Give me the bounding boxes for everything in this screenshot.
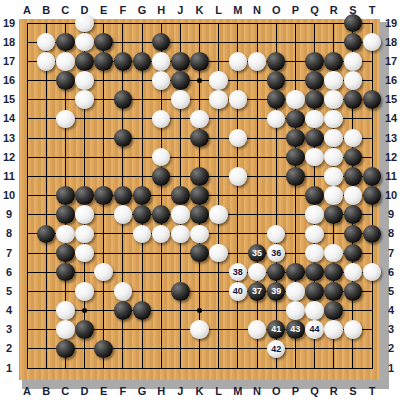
coord-label-right-1: 1 [383,362,399,374]
go-board[interactable]: AABBCCDDEEFFGGHHJJKKLLMMNNOOPPQQRRSSTT19… [0,0,400,400]
stone-white-R7[interactable] [324,244,343,263]
coord-label-bottom-H: H [153,385,169,397]
stone-white-H16[interactable] [152,71,171,90]
coord-label-bottom-S: S [345,385,361,397]
star-point-D4 [82,308,87,313]
stone-white-C14[interactable] [56,110,75,129]
stone-black-F15[interactable] [114,90,133,109]
stone-black-Q13[interactable] [305,129,324,148]
stone-black-S5[interactable] [344,282,363,301]
stone-black-K17[interactable] [190,52,209,71]
coord-label-left-12: 12 [1,151,17,163]
coord-label-top-B: B [38,4,54,16]
coord-label-left-10: 10 [1,189,17,201]
stone-black-E17[interactable] [94,52,113,71]
coord-label-bottom-G: G [134,385,150,397]
stone-white-S16[interactable] [344,71,363,90]
stone-black-J10[interactable] [171,186,190,205]
coord-label-right-4: 4 [383,304,399,316]
move-number: 44 [309,324,319,334]
coord-label-bottom-N: N [249,385,265,397]
stone-white-R3[interactable] [324,320,343,339]
coord-label-bottom-O: O [268,385,284,397]
coord-label-top-O: O [268,4,284,16]
stone-black-T15[interactable] [363,90,382,109]
stone-black-F17[interactable] [114,52,133,71]
stone-black-E2[interactable] [94,340,113,359]
coord-label-bottom-B: B [38,385,54,397]
stone-white-P4[interactable] [286,301,305,320]
coord-label-right-3: 3 [383,323,399,335]
coord-label-left-16: 16 [1,74,17,86]
stone-black-C18[interactable] [56,33,75,52]
coord-label-right-8: 8 [383,227,399,239]
coord-label-right-5: 5 [383,285,399,297]
stone-white-H17[interactable] [152,52,171,71]
stone-white-S3[interactable] [344,320,363,339]
coord-label-right-18: 18 [383,36,399,48]
stone-black-T11[interactable] [363,167,382,186]
stone-white-R10[interactable] [324,186,343,205]
stone-white-D16[interactable] [75,71,94,90]
coord-label-left-17: 17 [1,55,17,67]
stone-white-R13[interactable] [324,129,343,148]
coord-label-bottom-M: M [230,385,246,397]
coord-label-left-5: 5 [1,285,17,297]
stone-black-N5[interactable]: 37 [248,282,267,301]
coord-label-right-12: 12 [383,151,399,163]
move-number: 43 [290,324,300,334]
stone-white-L9[interactable] [209,205,228,224]
coord-label-left-13: 13 [1,132,17,144]
stone-black-G9[interactable] [133,205,152,224]
coord-label-left-4: 4 [1,304,17,316]
grid-line-horizontal [27,348,373,349]
stone-black-F4[interactable] [114,301,133,320]
coord-label-top-E: E [96,4,112,16]
star-point-K4 [197,308,202,313]
coord-label-right-11: 11 [383,170,399,182]
stone-black-F10[interactable] [114,186,133,205]
stone-white-R11[interactable] [324,167,343,186]
coord-label-bottom-F: F [115,385,131,397]
coord-label-right-7: 7 [383,247,399,259]
stone-black-D17[interactable] [75,52,94,71]
stone-white-C8[interactable] [56,225,75,244]
move-number: 37 [252,286,262,296]
stone-white-R14[interactable] [324,110,343,129]
stone-black-Q10[interactable] [305,186,324,205]
stone-black-G17[interactable] [133,52,152,71]
coord-label-left-8: 8 [1,227,17,239]
stone-white-Q3[interactable]: 44 [305,320,324,339]
coord-label-top-A: A [19,4,35,16]
coord-label-right-17: 17 [383,55,399,67]
coord-label-left-9: 9 [1,208,17,220]
stone-white-D8[interactable] [75,225,94,244]
stone-white-J8[interactable] [171,225,190,244]
stone-black-Q6[interactable] [305,263,324,282]
coord-label-bottom-Q: Q [307,385,323,397]
coord-label-top-Q: Q [307,4,323,16]
coord-label-top-T: T [364,4,380,16]
coord-label-left-7: 7 [1,247,17,259]
stone-black-P13[interactable] [286,129,305,148]
coord-label-top-C: C [57,4,73,16]
stone-black-K10[interactable] [190,186,209,205]
coord-label-right-2: 2 [383,342,399,354]
stone-black-P11[interactable] [286,167,305,186]
coord-label-bottom-J: J [172,385,188,397]
stone-white-Q7[interactable] [305,244,324,263]
stone-white-N17[interactable] [248,52,267,71]
coord-label-top-J: J [172,4,188,16]
stone-black-Q5[interactable] [305,282,324,301]
coord-label-bottom-T: T [364,385,380,397]
stone-black-C9[interactable] [56,205,75,224]
stone-black-R4[interactable] [324,301,343,320]
coord-label-bottom-R: R [326,385,342,397]
coord-label-bottom-K: K [192,385,208,397]
stone-white-J15[interactable] [171,90,190,109]
coord-label-top-M: M [230,4,246,16]
coord-label-right-15: 15 [383,93,399,105]
stone-black-H11[interactable] [152,167,171,186]
stone-black-C6[interactable] [56,263,75,282]
coord-label-top-H: H [153,4,169,16]
stone-white-M11[interactable] [229,167,248,186]
coord-label-top-L: L [211,4,227,16]
stone-black-J17[interactable] [171,52,190,71]
coord-label-left-14: 14 [1,112,17,124]
stone-white-P15[interactable] [286,90,305,109]
coord-label-top-R: R [326,4,342,16]
stone-black-Q15[interactable] [305,90,324,109]
stone-black-J5[interactable] [171,282,190,301]
coord-label-right-19: 19 [383,17,399,29]
stone-black-S8[interactable] [344,225,363,244]
stone-white-Q4[interactable] [305,301,324,320]
stone-white-C17[interactable] [56,52,75,71]
stone-white-Q8[interactable] [305,225,324,244]
stone-black-Q17[interactable] [305,52,324,71]
stone-black-P3[interactable]: 43 [286,320,305,339]
coord-label-left-1: 1 [1,362,17,374]
stone-black-S9[interactable] [344,205,363,224]
stone-black-O17[interactable] [267,52,286,71]
stone-white-F9[interactable] [114,205,133,224]
coord-label-left-11: 11 [1,170,17,182]
coord-label-top-G: G [134,4,150,16]
grid-line-vertical [237,23,238,369]
stone-white-J9[interactable] [171,205,190,224]
grid-line-vertical [257,23,258,369]
stone-black-S15[interactable] [344,90,363,109]
stone-black-R17[interactable] [324,52,343,71]
stone-black-P14[interactable] [286,110,305,129]
stone-black-D10[interactable] [75,186,94,205]
stone-black-K9[interactable] [190,205,209,224]
coord-label-top-N: N [249,4,265,16]
stone-black-C16[interactable] [56,71,75,90]
stone-black-O5[interactable]: 39 [267,282,286,301]
stone-white-M17[interactable] [229,52,248,71]
stone-white-P5[interactable] [286,282,305,301]
coord-label-right-6: 6 [383,266,399,278]
move-number: 39 [271,286,281,296]
stone-white-K14[interactable] [190,110,209,129]
move-number: 36 [271,248,281,258]
coord-label-bottom-D: D [77,385,93,397]
coord-label-right-10: 10 [383,189,399,201]
stone-white-C4[interactable] [56,301,75,320]
stone-black-K7[interactable] [190,244,209,263]
stone-black-C10[interactable] [56,186,75,205]
stone-black-E10[interactable] [94,186,113,205]
move-number: 42 [271,344,281,354]
coord-label-right-13: 13 [383,132,399,144]
stone-black-K11[interactable] [190,167,209,186]
coord-label-right-9: 9 [383,208,399,220]
star-point-K16 [197,78,202,83]
coord-label-left-6: 6 [1,266,17,278]
stone-white-L16[interactable] [209,71,228,90]
stone-black-O16[interactable] [267,71,286,90]
stone-black-G10[interactable] [133,186,152,205]
coord-label-top-K: K [192,4,208,16]
stone-white-R15[interactable] [324,90,343,109]
coord-label-top-F: F [115,4,131,16]
coord-label-right-14: 14 [383,112,399,124]
stone-black-R9[interactable] [324,205,343,224]
coord-label-bottom-P: P [287,385,303,397]
stone-white-B17[interactable] [37,52,56,71]
stone-white-L7[interactable] [209,244,228,263]
stone-white-C3[interactable] [56,320,75,339]
stone-white-D9[interactable] [75,205,94,224]
move-number: 38 [233,267,243,277]
stone-white-Q14[interactable] [305,110,324,129]
stone-white-Q12[interactable] [305,148,324,167]
stone-black-S11[interactable] [344,167,363,186]
coord-label-left-18: 18 [1,36,17,48]
stone-black-J16[interactable] [171,71,190,90]
stone-white-Q9[interactable] [305,205,324,224]
grid-line-horizontal [27,368,373,369]
stone-black-R5[interactable] [324,282,343,301]
move-number: 40 [233,286,243,296]
stone-black-D3[interactable] [75,320,94,339]
stone-black-G4[interactable] [133,301,152,320]
move-number: 41 [271,324,281,334]
coord-label-bottom-C: C [57,385,73,397]
stone-white-F5[interactable] [114,282,133,301]
stone-black-T10[interactable] [363,186,382,205]
coord-label-left-3: 3 [1,323,17,335]
stone-black-C2[interactable] [56,340,75,359]
stone-white-D18[interactable] [75,33,94,52]
stone-black-C7[interactable] [56,244,75,263]
coord-label-bottom-L: L [211,385,227,397]
stone-white-D15[interactable] [75,90,94,109]
coord-label-right-16: 16 [383,74,399,86]
coord-label-bottom-E: E [96,385,112,397]
stone-white-D19[interactable] [75,14,94,33]
stone-white-M15[interactable] [229,90,248,109]
coord-label-left-2: 2 [1,342,17,354]
move-number: 35 [252,248,262,258]
coord-label-left-19: 19 [1,17,17,29]
stone-white-D5[interactable] [75,282,94,301]
stone-white-D7[interactable] [75,244,94,263]
stone-white-M5[interactable]: 40 [229,282,248,301]
stone-white-S10[interactable] [344,186,363,205]
coord-label-top-P: P [287,4,303,16]
stone-white-K3[interactable] [190,320,209,339]
stone-black-P12[interactable] [286,148,305,167]
coord-label-left-15: 15 [1,93,17,105]
stone-white-K8[interactable] [190,225,209,244]
stone-white-N3[interactable] [248,320,267,339]
stone-black-P6[interactable] [286,263,305,282]
stone-white-R16[interactable] [324,71,343,90]
stone-black-Q16[interactable] [305,71,324,90]
stone-white-S17[interactable] [344,52,363,71]
coord-label-bottom-A: A [19,385,35,397]
stone-black-K13[interactable] [190,129,209,148]
stone-white-L15[interactable] [209,90,228,109]
